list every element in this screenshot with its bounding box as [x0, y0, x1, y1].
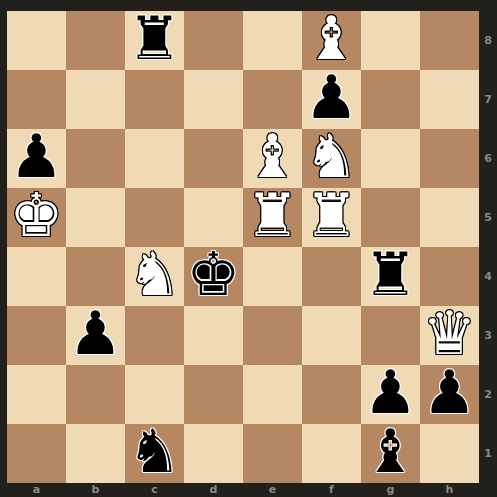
rank-label-1: 1: [479, 424, 497, 483]
square-b2[interactable]: [66, 365, 125, 424]
square-e8[interactable]: [243, 11, 302, 70]
square-a4[interactable]: [7, 247, 66, 306]
rank-label-6: 6: [479, 129, 497, 188]
square-b6[interactable]: [66, 129, 125, 188]
square-c3[interactable]: [125, 306, 184, 365]
black-rook[interactable]: ♜: [364, 245, 418, 304]
square-h7[interactable]: [420, 70, 479, 129]
white-queen[interactable]: ♛: [423, 304, 477, 363]
square-d1[interactable]: [184, 424, 243, 483]
square-d6[interactable]: [184, 129, 243, 188]
square-c1[interactable]: ♞: [125, 424, 184, 483]
square-f1[interactable]: [302, 424, 361, 483]
square-d4[interactable]: ♚: [184, 247, 243, 306]
white-bishop[interactable]: ♝: [305, 9, 359, 68]
white-rook[interactable]: ♜: [246, 186, 300, 245]
square-h5[interactable]: [420, 188, 479, 247]
white-knight[interactable]: ♞: [305, 127, 359, 186]
black-pawn[interactable]: ♟: [69, 304, 123, 363]
square-h1[interactable]: [420, 424, 479, 483]
file-label-c: c: [125, 483, 184, 497]
square-a2[interactable]: [7, 365, 66, 424]
square-b8[interactable]: [66, 11, 125, 70]
square-e4[interactable]: [243, 247, 302, 306]
square-c4[interactable]: ♞: [125, 247, 184, 306]
black-bishop[interactable]: ♝: [364, 422, 418, 481]
square-a8[interactable]: [7, 11, 66, 70]
rank-label-4: 4: [479, 247, 497, 306]
square-g6[interactable]: [361, 129, 420, 188]
square-f3[interactable]: [302, 306, 361, 365]
square-d2[interactable]: [184, 365, 243, 424]
square-b3[interactable]: ♟: [66, 306, 125, 365]
square-d7[interactable]: [184, 70, 243, 129]
black-king[interactable]: ♚: [187, 245, 241, 304]
square-a5[interactable]: ♚: [7, 188, 66, 247]
file-label-b: b: [66, 483, 125, 497]
file-label-g: g: [361, 483, 420, 497]
file-label-d: d: [184, 483, 243, 497]
rank-label-8: 8: [479, 11, 497, 70]
square-h6[interactable]: [420, 129, 479, 188]
file-coordinates: abcdefgh: [7, 483, 479, 497]
square-h2[interactable]: ♟: [420, 365, 479, 424]
white-knight[interactable]: ♞: [128, 245, 182, 304]
square-e3[interactable]: [243, 306, 302, 365]
square-f2[interactable]: [302, 365, 361, 424]
black-pawn[interactable]: ♟: [10, 127, 64, 186]
square-a3[interactable]: [7, 306, 66, 365]
square-b7[interactable]: [66, 70, 125, 129]
square-g7[interactable]: [361, 70, 420, 129]
file-label-h: h: [420, 483, 479, 497]
square-f4[interactable]: [302, 247, 361, 306]
square-c8[interactable]: ♜: [125, 11, 184, 70]
square-c7[interactable]: [125, 70, 184, 129]
black-pawn[interactable]: ♟: [305, 68, 359, 127]
square-a1[interactable]: [7, 424, 66, 483]
square-e5[interactable]: ♜: [243, 188, 302, 247]
rank-label-2: 2: [479, 365, 497, 424]
square-g8[interactable]: [361, 11, 420, 70]
square-g1[interactable]: ♝: [361, 424, 420, 483]
chess-board: ♜♝♟♟♝♞♚♜♜♞♚♜♟♛♟♟♞♝: [7, 11, 479, 483]
black-pawn[interactable]: ♟: [364, 363, 418, 422]
square-h8[interactable]: [420, 11, 479, 70]
rank-label-5: 5: [479, 188, 497, 247]
square-d8[interactable]: [184, 11, 243, 70]
square-b1[interactable]: [66, 424, 125, 483]
rank-coordinates: 87654321: [479, 11, 497, 483]
rank-label-7: 7: [479, 70, 497, 129]
rank-label-3: 3: [479, 306, 497, 365]
file-label-f: f: [302, 483, 361, 497]
black-rook[interactable]: ♜: [128, 9, 182, 68]
white-rook[interactable]: ♜: [305, 186, 359, 245]
file-label-a: a: [7, 483, 66, 497]
square-e2[interactable]: [243, 365, 302, 424]
square-c6[interactable]: [125, 129, 184, 188]
square-g4[interactable]: ♜: [361, 247, 420, 306]
square-d3[interactable]: [184, 306, 243, 365]
square-b5[interactable]: [66, 188, 125, 247]
square-f5[interactable]: ♜: [302, 188, 361, 247]
white-king[interactable]: ♚: [10, 186, 64, 245]
square-e1[interactable]: [243, 424, 302, 483]
white-bishop[interactable]: ♝: [246, 127, 300, 186]
file-label-e: e: [243, 483, 302, 497]
black-knight[interactable]: ♞: [128, 422, 182, 481]
black-pawn[interactable]: ♟: [423, 363, 477, 422]
